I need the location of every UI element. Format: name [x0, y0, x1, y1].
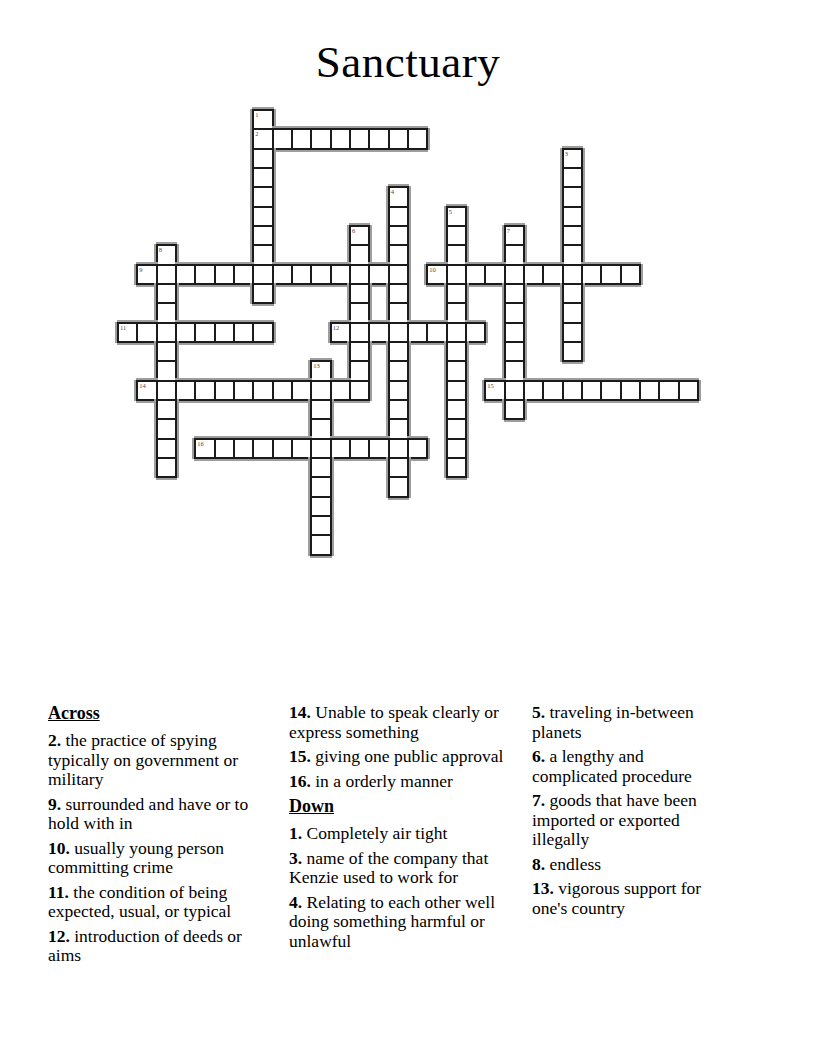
grid-cell[interactable] — [368, 322, 389, 343]
grid-cell[interactable] — [542, 264, 563, 285]
grid-cell[interactable] — [504, 360, 525, 381]
grid-cell[interactable] — [252, 244, 273, 265]
grid-cell[interactable] — [446, 380, 467, 401]
clue-item: 14. Unable to speak clearly or express s… — [289, 703, 517, 742]
grid-cell[interactable] — [523, 380, 544, 401]
clue-item-number: 4. — [289, 892, 302, 912]
grid-cell[interactable] — [620, 380, 641, 401]
clue-item: 13. vigorous support for one's country — [532, 879, 732, 918]
grid-cell[interactable] — [562, 225, 583, 246]
clue-column-1: Across2. the practice of spying typicall… — [48, 703, 262, 971]
grid-cell[interactable] — [252, 167, 273, 188]
grid-cell[interactable] — [600, 264, 621, 285]
clue-item-number: 1. — [289, 823, 302, 843]
grid-clue-number: 5 — [449, 208, 452, 215]
grid-cell[interactable] — [310, 515, 331, 536]
grid-cell[interactable] — [330, 264, 351, 285]
grid-cell[interactable] — [156, 360, 177, 381]
grid-cell[interactable] — [233, 322, 254, 343]
grid-cell[interactable] — [388, 128, 409, 149]
grid-cell[interactable] — [562, 302, 583, 323]
clue-item: 3. name of the company that Kenzie used … — [289, 849, 517, 888]
grid-cell[interactable] — [310, 418, 331, 439]
clue-item: 1. Completely air tight — [289, 824, 517, 844]
grid-cell[interactable] — [388, 264, 409, 285]
clue-column-3: 5. traveling in-between planets6. a leng… — [532, 703, 732, 923]
grid-cell[interactable] — [446, 418, 467, 439]
clue-item: 8. endless — [532, 855, 732, 875]
grid-cell[interactable] — [349, 302, 370, 323]
grid-cell[interactable] — [446, 283, 467, 304]
grid-cell[interactable] — [291, 264, 312, 285]
grid-cell[interactable] — [446, 360, 467, 381]
grid-cell[interactable] — [446, 457, 467, 478]
grid-clue-number: 11 — [120, 324, 126, 331]
grid-cell[interactable] — [349, 322, 370, 343]
grid-cell[interactable] — [175, 322, 196, 343]
grid-cell[interactable]: 13 — [310, 360, 331, 381]
grid-cell[interactable] — [272, 438, 293, 459]
grid-clue-number: 8 — [159, 246, 162, 253]
grid-cell[interactable] — [388, 225, 409, 246]
grid-cell[interactable] — [446, 341, 467, 362]
clue-item: 4. Relating to each other well doing som… — [289, 893, 517, 952]
grid-cell[interactable] — [639, 380, 660, 401]
grid-clue-number: 13 — [313, 362, 320, 369]
grid-cell[interactable] — [562, 283, 583, 304]
grid-cell[interactable] — [504, 264, 525, 285]
grid-cell[interactable]: 14 — [136, 380, 157, 401]
grid-cell[interactable] — [562, 264, 583, 285]
grid-cell[interactable] — [446, 264, 467, 285]
clue-item: 5. traveling in-between planets — [532, 703, 732, 742]
grid-cell[interactable] — [291, 128, 312, 149]
grid-cell[interactable] — [446, 399, 467, 420]
grid-cell[interactable]: 8 — [156, 244, 177, 265]
clue-item-number: 5. — [532, 702, 545, 722]
grid-cell[interactable] — [562, 167, 583, 188]
grid-cell[interactable] — [349, 244, 370, 265]
grid-cell[interactable] — [504, 341, 525, 362]
grid-cell[interactable] — [156, 380, 177, 401]
grid-cell[interactable] — [252, 380, 273, 401]
grid-cell[interactable] — [252, 206, 273, 227]
grid-clue-number: 7 — [507, 227, 510, 234]
grid-clue-number: 6 — [352, 227, 355, 234]
puzzle-title: Sanctuary — [0, 36, 816, 88]
page: { "game": "crossword", "title": "Sanctua… — [0, 0, 816, 1056]
grid-cell[interactable] — [214, 264, 235, 285]
grid-cell[interactable] — [233, 264, 254, 285]
grid-cell[interactable] — [156, 302, 177, 323]
grid-cell[interactable] — [156, 322, 177, 343]
grid-cell[interactable] — [310, 399, 331, 420]
clue-item-number: 16. — [289, 771, 311, 791]
grid-cell[interactable] — [504, 380, 525, 401]
grid-cell[interactable] — [620, 264, 641, 285]
grid-cell[interactable] — [581, 380, 602, 401]
clue-item-number: 8. — [532, 854, 545, 874]
clue-item: 12. introduction of deeds or aims — [48, 927, 262, 966]
grid-cell[interactable] — [504, 399, 525, 420]
grid-cell[interactable] — [156, 341, 177, 362]
clue-column-2: 14. Unable to speak clearly or express s… — [289, 703, 517, 956]
clue-item: 2. the practice of spying typically on g… — [48, 731, 262, 790]
grid-cell[interactable] — [310, 380, 331, 401]
grid-cell[interactable]: 9 — [136, 264, 157, 285]
grid-cell[interactable] — [330, 380, 351, 401]
grid-cell[interactable] — [562, 322, 583, 343]
grid-cell[interactable]: 16 — [194, 438, 215, 459]
grid-cell[interactable] — [349, 360, 370, 381]
grid-cell[interactable] — [504, 244, 525, 265]
grid-cell[interactable] — [310, 476, 331, 497]
clue-item-number: 15. — [289, 746, 311, 766]
grid-cell[interactable] — [310, 534, 331, 555]
clue-item-number: 12. — [48, 926, 70, 946]
grid-cell[interactable] — [233, 438, 254, 459]
grid-cell[interactable]: 5 — [446, 206, 467, 227]
grid-cell[interactable] — [214, 438, 235, 459]
grid-cell[interactable] — [388, 418, 409, 439]
grid-cell[interactable] — [368, 264, 389, 285]
grid-cell[interactable]: 6 — [349, 225, 370, 246]
grid-cell[interactable]: 10 — [426, 264, 447, 285]
grid-cell[interactable] — [446, 302, 467, 323]
grid-cell[interactable] — [562, 341, 583, 362]
grid-clue-number: 1 — [255, 111, 258, 118]
grid-cell[interactable] — [562, 206, 583, 227]
grid-cell[interactable] — [562, 186, 583, 207]
grid-cell[interactable] — [252, 322, 273, 343]
clue-item-number: 13. — [532, 878, 554, 898]
clue-item-number: 9. — [48, 794, 61, 814]
grid-cell[interactable] — [465, 322, 486, 343]
grid-cell[interactable] — [252, 283, 273, 304]
grid-cell[interactable] — [388, 380, 409, 401]
grid-cell[interactable]: 11 — [117, 322, 138, 343]
grid-cell[interactable] — [175, 380, 196, 401]
grid-cell[interactable] — [504, 283, 525, 304]
clue-item-number: 11. — [48, 882, 69, 902]
grid-cell[interactable] — [194, 380, 215, 401]
clue-item-number: 7. — [532, 790, 545, 810]
grid-cell[interactable] — [252, 148, 273, 169]
grid-cell[interactable] — [407, 438, 428, 459]
grid-cell[interactable] — [562, 380, 583, 401]
grid-cell[interactable] — [310, 438, 331, 459]
grid-cell[interactable] — [562, 244, 583, 265]
grid-cell[interactable] — [156, 418, 177, 439]
grid-cell[interactable] — [446, 438, 467, 459]
grid-cell[interactable] — [310, 264, 331, 285]
clue-item: 11. the condition of being expected, usu… — [48, 883, 262, 922]
grid-cell[interactable] — [446, 244, 467, 265]
grid-cell[interactable] — [272, 380, 293, 401]
clue-item: 6. a lengthy and complicated procedure — [532, 747, 732, 786]
clue-item-number: 6. — [532, 746, 545, 766]
grid-clue-number: 4 — [391, 188, 394, 195]
grid-cell[interactable] — [407, 322, 428, 343]
clue-item-number: 2. — [48, 730, 61, 750]
grid-cell[interactable] — [330, 438, 351, 459]
grid-cell[interactable] — [349, 283, 370, 304]
grid-cell[interactable] — [214, 322, 235, 343]
grid-cell[interactable] — [330, 128, 351, 149]
grid-clue-number: 3 — [565, 150, 568, 157]
crossword-grid: 12345678910111213141516 — [118, 110, 698, 555]
grid-clue-number: 10 — [429, 266, 436, 273]
grid-cell[interactable] — [388, 457, 409, 478]
grid-cell[interactable] — [678, 380, 699, 401]
grid-cell[interactable] — [194, 322, 215, 343]
grid-cell[interactable] — [349, 380, 370, 401]
grid-cell[interactable] — [446, 225, 467, 246]
grid-clue-number: 12 — [333, 324, 340, 331]
grid-cell[interactable] — [272, 128, 293, 149]
clue-item: 7. goods that have been imported or expo… — [532, 791, 732, 850]
grid-cell[interactable] — [407, 128, 428, 149]
grid-cell[interactable] — [136, 322, 157, 343]
grid-cell[interactable] — [156, 399, 177, 420]
clue-item-number: 14. — [289, 702, 311, 722]
grid-cell[interactable] — [388, 399, 409, 420]
grid-cell[interactable] — [465, 264, 486, 285]
grid-clue-number: 2 — [255, 130, 258, 137]
grid-cell[interactable]: 15 — [484, 380, 505, 401]
grid-cell[interactable] — [388, 476, 409, 497]
grid-cell[interactable] — [388, 206, 409, 227]
grid-clue-number: 14 — [139, 382, 146, 389]
grid-cell[interactable] — [291, 380, 312, 401]
grid-cell[interactable] — [388, 302, 409, 323]
grid-cell[interactable] — [156, 438, 177, 459]
grid-cell[interactable] — [310, 457, 331, 478]
grid-cell[interactable] — [252, 264, 273, 285]
grid-cell[interactable] — [388, 244, 409, 265]
grid-cell[interactable] — [368, 438, 389, 459]
grid-cell[interactable] — [194, 264, 215, 285]
grid-cell[interactable] — [426, 322, 447, 343]
grid-cell[interactable] — [349, 438, 370, 459]
grid-cell[interactable] — [368, 128, 389, 149]
clue-item: 10. usually young person committing crim… — [48, 839, 262, 878]
clue-item-number: 10. — [48, 838, 70, 858]
grid-cell[interactable] — [600, 380, 621, 401]
grid-cell[interactable]: 12 — [330, 322, 351, 343]
across-header: Across — [48, 703, 262, 724]
grid-cell[interactable]: 2 — [252, 128, 273, 149]
grid-cell[interactable] — [388, 283, 409, 304]
grid-cell[interactable] — [504, 322, 525, 343]
grid-cell[interactable] — [233, 380, 254, 401]
grid-cell[interactable] — [542, 380, 563, 401]
grid-cell[interactable]: 4 — [388, 186, 409, 207]
grid-cell[interactable] — [349, 128, 370, 149]
clue-item: 15. giving one public approval — [289, 747, 517, 767]
grid-cell[interactable] — [388, 341, 409, 362]
grid-cell[interactable] — [156, 457, 177, 478]
grid-cell[interactable] — [523, 264, 544, 285]
grid-cell[interactable] — [504, 302, 525, 323]
grid-cell[interactable] — [156, 264, 177, 285]
grid-clue-number: 16 — [197, 440, 204, 447]
grid-cell[interactable] — [658, 380, 679, 401]
clue-item-number: 3. — [289, 848, 302, 868]
grid-cell[interactable] — [214, 380, 235, 401]
grid-cell[interactable]: 3 — [562, 148, 583, 169]
grid-cell[interactable] — [388, 438, 409, 459]
down-header: Down — [289, 796, 517, 817]
grid-cell[interactable] — [252, 186, 273, 207]
grid-cell[interactable] — [310, 128, 331, 149]
grid-cell[interactable]: 1 — [252, 109, 273, 130]
clue-item: 16. in a orderly manner — [289, 772, 517, 792]
grid-cell[interactable] — [291, 438, 312, 459]
grid-clue-number: 9 — [139, 266, 142, 273]
grid-cell[interactable] — [484, 264, 505, 285]
grid-cell[interactable] — [156, 283, 177, 304]
grid-cell[interactable] — [349, 264, 370, 285]
grid-cell[interactable] — [446, 322, 467, 343]
clue-item: 9. surrounded and have or to hold with i… — [48, 795, 262, 834]
grid-cell[interactable]: 7 — [504, 225, 525, 246]
grid-cell[interactable] — [252, 225, 273, 246]
grid-cell[interactable] — [349, 341, 370, 362]
grid-cell[interactable] — [388, 360, 409, 381]
grid-cell[interactable] — [388, 322, 409, 343]
grid-cell[interactable] — [272, 264, 293, 285]
grid-clue-number: 15 — [487, 382, 494, 389]
grid-cell[interactable] — [310, 496, 331, 517]
grid-cell[interactable] — [252, 438, 273, 459]
grid-cell[interactable] — [175, 264, 196, 285]
grid-cell[interactable] — [581, 264, 602, 285]
